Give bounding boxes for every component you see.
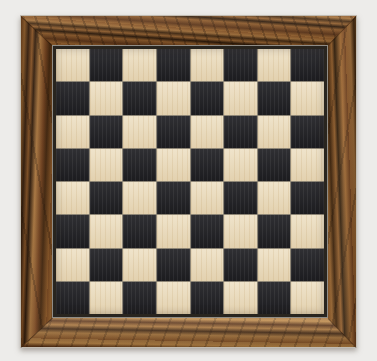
board-square-a6[interactable] [56, 116, 89, 148]
frame-rail-bottom [21, 318, 356, 347]
board-square-b8[interactable] [90, 49, 123, 81]
board-square-e7[interactable] [191, 82, 224, 114]
board-square-d2[interactable] [157, 249, 190, 281]
board-square-e8[interactable] [191, 49, 224, 81]
board-square-e5[interactable] [191, 149, 224, 181]
board-frame [20, 15, 357, 348]
board-square-c4[interactable] [123, 182, 156, 214]
frame-rail-top [21, 16, 356, 45]
board-square-g7[interactable] [258, 82, 291, 114]
board-square-e6[interactable] [191, 116, 224, 148]
board-square-f5[interactable] [224, 149, 257, 181]
board-square-b7[interactable] [90, 82, 123, 114]
chess-board [56, 49, 324, 314]
board-square-g3[interactable] [258, 215, 291, 247]
board-square-d6[interactable] [157, 116, 190, 148]
board-square-a5[interactable] [56, 149, 89, 181]
board-square-d7[interactable] [157, 82, 190, 114]
board-square-d3[interactable] [157, 215, 190, 247]
page-background [0, 0, 377, 361]
board-square-h5[interactable] [291, 149, 324, 181]
board-square-e3[interactable] [191, 215, 224, 247]
board-square-h3[interactable] [291, 215, 324, 247]
board-square-g5[interactable] [258, 149, 291, 181]
board-square-f3[interactable] [224, 215, 257, 247]
board-square-e1[interactable] [191, 282, 224, 314]
frame-rail-right [328, 16, 356, 347]
frame-rail-left [21, 16, 52, 347]
board-square-b4[interactable] [90, 182, 123, 214]
board-square-c1[interactable] [123, 282, 156, 314]
board-square-f1[interactable] [224, 282, 257, 314]
board-square-a8[interactable] [56, 49, 89, 81]
board-square-f4[interactable] [224, 182, 257, 214]
board-square-g2[interactable] [258, 249, 291, 281]
board-square-c8[interactable] [123, 49, 156, 81]
board-square-a3[interactable] [56, 215, 89, 247]
board-square-f8[interactable] [224, 49, 257, 81]
board-square-d5[interactable] [157, 149, 190, 181]
board-square-a2[interactable] [56, 249, 89, 281]
board-square-b3[interactable] [90, 215, 123, 247]
board-square-h2[interactable] [291, 249, 324, 281]
board-square-g4[interactable] [258, 182, 291, 214]
board-square-b5[interactable] [90, 149, 123, 181]
board-square-g1[interactable] [258, 282, 291, 314]
board-square-h7[interactable] [291, 82, 324, 114]
board-square-a1[interactable] [56, 282, 89, 314]
board-inner-trim [53, 46, 327, 317]
board-square-c7[interactable] [123, 82, 156, 114]
board-square-c3[interactable] [123, 215, 156, 247]
board-square-h1[interactable] [291, 282, 324, 314]
board-square-b6[interactable] [90, 116, 123, 148]
board-square-b1[interactable] [90, 282, 123, 314]
board-square-e2[interactable] [191, 249, 224, 281]
board-square-h8[interactable] [291, 49, 324, 81]
board-square-h6[interactable] [291, 116, 324, 148]
board-square-b2[interactable] [90, 249, 123, 281]
board-square-c2[interactable] [123, 249, 156, 281]
board-square-f7[interactable] [224, 82, 257, 114]
board-square-c5[interactable] [123, 149, 156, 181]
board-square-d4[interactable] [157, 182, 190, 214]
board-square-g8[interactable] [258, 49, 291, 81]
board-square-c6[interactable] [123, 116, 156, 148]
board-square-g6[interactable] [258, 116, 291, 148]
board-square-e4[interactable] [191, 182, 224, 214]
board-square-a4[interactable] [56, 182, 89, 214]
board-square-f6[interactable] [224, 116, 257, 148]
board-square-a7[interactable] [56, 82, 89, 114]
board-square-f2[interactable] [224, 249, 257, 281]
board-square-h4[interactable] [291, 182, 324, 214]
board-square-d1[interactable] [157, 282, 190, 314]
board-square-d8[interactable] [157, 49, 190, 81]
